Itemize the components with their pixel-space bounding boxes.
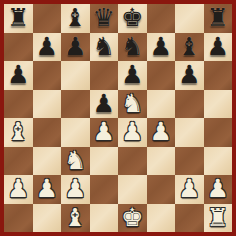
black-pawn-e6[interactable]: ♟ <box>121 61 143 90</box>
square-e6[interactable]: ♟ <box>118 61 147 90</box>
white-pawn-b2[interactable]: ♟ <box>36 175 58 204</box>
square-d8[interactable]: ♛ <box>90 4 119 33</box>
square-c2[interactable]: ♟ <box>61 175 90 204</box>
square-e3[interactable] <box>118 147 147 176</box>
square-d6[interactable] <box>90 61 119 90</box>
black-pawn-f7[interactable]: ♟ <box>150 33 172 62</box>
square-d5[interactable]: ♟ <box>90 90 119 119</box>
square-f4[interactable]: ♟ <box>147 118 176 147</box>
square-f7[interactable]: ♟ <box>147 33 176 62</box>
square-e4[interactable]: ♟ <box>118 118 147 147</box>
square-c4[interactable] <box>61 118 90 147</box>
square-a8[interactable]: ♜ <box>4 4 33 33</box>
black-knight-d7[interactable]: ♞ <box>93 33 115 62</box>
square-b3[interactable] <box>33 147 62 176</box>
square-c5[interactable] <box>61 90 90 119</box>
square-b5[interactable] <box>33 90 62 119</box>
black-knight-e7[interactable]: ♞ <box>121 33 143 62</box>
square-d7[interactable]: ♞ <box>90 33 119 62</box>
square-e1[interactable]: ♚ <box>118 204 147 233</box>
square-a1[interactable] <box>4 204 33 233</box>
white-pawn-d4[interactable]: ♟ <box>93 118 115 147</box>
square-c7[interactable]: ♟ <box>61 33 90 62</box>
square-b6[interactable] <box>33 61 62 90</box>
square-g5[interactable] <box>175 90 204 119</box>
square-c6[interactable] <box>61 61 90 90</box>
square-a6[interactable]: ♟ <box>4 61 33 90</box>
square-e5[interactable]: ♞ <box>118 90 147 119</box>
black-queen-d8[interactable]: ♛ <box>93 4 115 33</box>
square-h4[interactable] <box>204 118 233 147</box>
square-d4[interactable]: ♟ <box>90 118 119 147</box>
black-pawn-a6[interactable]: ♟ <box>7 61 29 90</box>
square-h5[interactable] <box>204 90 233 119</box>
square-h2[interactable]: ♟ <box>204 175 233 204</box>
square-f3[interactable] <box>147 147 176 176</box>
square-c8[interactable]: ♝ <box>61 4 90 33</box>
square-h7[interactable]: ♟ <box>204 33 233 62</box>
black-king-e8[interactable]: ♚ <box>121 4 143 33</box>
square-f6[interactable] <box>147 61 176 90</box>
chess-board: ♜♝♛♚♜♟♟♞♞♟♝♟♟♟♟♟♞♝♟♟♟♞♟♟♟♟♟♝♚♜ <box>4 4 232 232</box>
square-g6[interactable]: ♟ <box>175 61 204 90</box>
black-pawn-b7[interactable]: ♟ <box>36 33 58 62</box>
square-f2[interactable] <box>147 175 176 204</box>
black-rook-a8[interactable]: ♜ <box>7 4 29 33</box>
square-b2[interactable]: ♟ <box>33 175 62 204</box>
square-g8[interactable] <box>175 4 204 33</box>
square-f1[interactable] <box>147 204 176 233</box>
square-a4[interactable]: ♝ <box>4 118 33 147</box>
square-g2[interactable]: ♟ <box>175 175 204 204</box>
white-pawn-e4[interactable]: ♟ <box>121 118 143 147</box>
square-g7[interactable]: ♝ <box>175 33 204 62</box>
black-bishop-g7[interactable]: ♝ <box>178 33 200 62</box>
white-pawn-g2[interactable]: ♟ <box>178 175 200 204</box>
white-knight-e5[interactable]: ♞ <box>121 90 143 119</box>
square-g4[interactable] <box>175 118 204 147</box>
white-pawn-a2[interactable]: ♟ <box>7 175 29 204</box>
square-a3[interactable] <box>4 147 33 176</box>
square-e8[interactable]: ♚ <box>118 4 147 33</box>
white-bishop-a4[interactable]: ♝ <box>7 118 29 147</box>
square-d2[interactable] <box>90 175 119 204</box>
square-e2[interactable] <box>118 175 147 204</box>
board-frame: ♜♝♛♚♜♟♟♞♞♟♝♟♟♟♟♟♞♝♟♟♟♞♟♟♟♟♟♝♚♜ <box>0 0 236 236</box>
white-knight-c3[interactable]: ♞ <box>64 147 86 176</box>
white-bishop-c1[interactable]: ♝ <box>64 204 86 233</box>
white-pawn-h2[interactable]: ♟ <box>207 175 229 204</box>
white-king-e1[interactable]: ♚ <box>121 204 143 233</box>
square-h1[interactable]: ♜ <box>204 204 233 233</box>
square-a2[interactable]: ♟ <box>4 175 33 204</box>
black-pawn-c7[interactable]: ♟ <box>64 33 86 62</box>
square-a7[interactable] <box>4 33 33 62</box>
square-h3[interactable] <box>204 147 233 176</box>
white-pawn-c2[interactable]: ♟ <box>64 175 86 204</box>
square-b8[interactable] <box>33 4 62 33</box>
square-b1[interactable] <box>33 204 62 233</box>
square-c3[interactable]: ♞ <box>61 147 90 176</box>
square-d1[interactable] <box>90 204 119 233</box>
square-a5[interactable] <box>4 90 33 119</box>
black-rook-h8[interactable]: ♜ <box>207 4 229 33</box>
square-b4[interactable] <box>33 118 62 147</box>
square-e7[interactable]: ♞ <box>118 33 147 62</box>
square-g1[interactable] <box>175 204 204 233</box>
square-f8[interactable] <box>147 4 176 33</box>
square-f5[interactable] <box>147 90 176 119</box>
square-b7[interactable]: ♟ <box>33 33 62 62</box>
square-d3[interactable] <box>90 147 119 176</box>
white-pawn-f4[interactable]: ♟ <box>150 118 172 147</box>
black-pawn-g6[interactable]: ♟ <box>178 61 200 90</box>
black-pawn-d5[interactable]: ♟ <box>93 90 115 119</box>
square-h8[interactable]: ♜ <box>204 4 233 33</box>
square-h6[interactable] <box>204 61 233 90</box>
black-pawn-h7[interactable]: ♟ <box>207 33 229 62</box>
black-bishop-c8[interactable]: ♝ <box>64 4 86 33</box>
square-c1[interactable]: ♝ <box>61 204 90 233</box>
white-rook-h1[interactable]: ♜ <box>207 204 229 233</box>
square-g3[interactable] <box>175 147 204 176</box>
